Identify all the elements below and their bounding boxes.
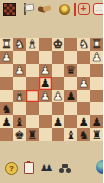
board-square[interactable]	[26, 115, 39, 128]
board-square[interactable]: ♞	[77, 128, 90, 141]
board-square[interactable]: ♟	[0, 51, 13, 64]
board-square[interactable]	[26, 77, 39, 90]
offer-draw-button[interactable]	[38, 4, 51, 14]
board-square[interactable]	[26, 90, 39, 103]
chess-piece-wP: ♟	[53, 90, 63, 102]
board-square[interactable]	[13, 102, 26, 115]
board-square[interactable]	[26, 51, 39, 64]
board-square[interactable]	[13, 51, 26, 64]
board-square[interactable]: ♟	[64, 90, 77, 103]
chessboard-icon	[3, 3, 16, 16]
chess-board: ♜♞♝♚♞♜♟♟♟♟♛♟♟♝♟♟♟♞♟♝♟♟♟♚♜♝♞♜	[0, 38, 103, 141]
board-square[interactable]: ♞	[77, 38, 90, 51]
board-square[interactable]	[90, 90, 103, 103]
board-square[interactable]: ♝	[64, 128, 77, 141]
board-square[interactable]: ♟	[90, 51, 103, 64]
board-square[interactable]: ♝	[13, 90, 26, 103]
more-options-icon: …	[95, 6, 102, 12]
chess-app-screen: + … ♜♞♝♚♞♜♟♟♟♟♛♟♟♝♟♟♟♞♟♝♟♟♟♚♜♝♞♜ ? ♟♟	[0, 0, 103, 183]
board-square[interactable]	[0, 128, 13, 141]
board-square[interactable]	[90, 77, 103, 90]
chess-piece-wP: ♟	[79, 77, 89, 89]
handshake-icon	[38, 4, 51, 14]
board-square[interactable]: ♛	[64, 64, 77, 77]
notation-button[interactable]	[24, 162, 34, 174]
chess-piece-wR: ♜	[91, 38, 101, 50]
board-square[interactable]: ♝	[13, 115, 26, 128]
chess-piece-wP: ♟	[14, 64, 24, 76]
board-square[interactable]	[52, 102, 65, 115]
board-square[interactable]: ♜	[90, 38, 103, 51]
chess-piece-wN: ♞	[79, 38, 89, 50]
board-square[interactable]	[0, 77, 13, 90]
clipboard-icon	[24, 162, 34, 174]
board-square[interactable]: ♜	[0, 38, 13, 51]
chess-piece-bP: ♟	[66, 90, 76, 102]
binoculars-icon	[59, 164, 72, 173]
board-square[interactable]: ♟	[13, 64, 26, 77]
flag-icon	[22, 3, 33, 15]
new-game-button[interactable]	[3, 3, 16, 16]
board-square[interactable]: ♟	[39, 64, 52, 77]
board-square[interactable]	[90, 102, 103, 115]
chess-piece-bN: ♞	[79, 129, 89, 141]
board-square[interactable]: ♟	[39, 90, 52, 103]
chess-piece-wP: ♟	[40, 64, 50, 76]
resign-button[interactable]	[22, 3, 33, 15]
more-options-button[interactable]: …	[93, 3, 104, 15]
chess-piece-wP: ♟	[91, 51, 101, 63]
players-button[interactable]: ♟♟	[40, 163, 53, 173]
board-square[interactable]	[52, 51, 65, 64]
chess-piece-bP: ♟	[40, 77, 50, 89]
chess-piece-bP: ♟	[91, 116, 101, 128]
board-square[interactable]	[77, 90, 90, 103]
board-square[interactable]	[77, 64, 90, 77]
board-square[interactable]	[0, 90, 13, 103]
board-square[interactable]	[52, 128, 65, 141]
board-square[interactable]	[13, 77, 26, 90]
board-square[interactable]	[39, 51, 52, 64]
players-icon: ♟♟	[40, 163, 53, 173]
chess-piece-bP: ♟	[1, 116, 11, 128]
plus-icon: +	[81, 4, 87, 14]
chess-piece-wB: ♝	[14, 90, 24, 102]
board-square[interactable]: ♞	[0, 102, 13, 115]
add-button[interactable]: +	[78, 3, 90, 15]
chess-piece-wK: ♚	[53, 38, 63, 50]
board-square[interactable]	[64, 51, 77, 64]
chess-piece-bR: ♜	[27, 129, 37, 141]
board-square[interactable]	[64, 38, 77, 51]
chess-piece-wR: ♜	[1, 38, 11, 50]
question-mark-icon: ?	[5, 162, 18, 175]
chess-piece-bP: ♟	[79, 116, 89, 128]
board-square[interactable]	[39, 38, 52, 51]
board-square[interactable]	[90, 64, 103, 77]
chess-piece-bB: ♝	[66, 129, 76, 141]
chess-piece-wN: ♞	[14, 38, 24, 50]
board-square[interactable]	[77, 51, 90, 64]
board-square[interactable]: ♟	[0, 115, 13, 128]
board-square[interactable]: ♟	[77, 115, 90, 128]
bottom-toolbar: ? ♟♟	[5, 161, 72, 175]
board-square[interactable]	[39, 102, 52, 115]
board-square[interactable]	[26, 64, 39, 77]
board-square[interactable]	[52, 77, 65, 90]
chess-piece-bR: ♜	[91, 129, 101, 141]
board-square[interactable]: ♜	[90, 128, 103, 141]
chess-piece-bN: ♞	[1, 103, 11, 115]
board-square[interactable]: ♝	[26, 38, 39, 51]
board-square[interactable]	[64, 77, 77, 90]
board-square[interactable]: ♜	[26, 128, 39, 141]
board-square[interactable]: ♟	[77, 77, 90, 90]
chess-piece-wB: ♝	[27, 38, 37, 50]
board-square[interactable]: ♚	[13, 128, 26, 141]
medal-icon	[59, 4, 70, 15]
board-square[interactable]	[26, 102, 39, 115]
board-square[interactable]: ♚	[52, 38, 65, 51]
board-square[interactable]	[52, 64, 65, 77]
rating-button[interactable]	[59, 4, 70, 15]
board-square[interactable]	[64, 102, 77, 115]
board-square[interactable]	[0, 64, 13, 77]
chess-piece-wP: ♟	[40, 90, 50, 102]
board-square[interactable]	[77, 102, 90, 115]
online-play-button[interactable]	[96, 160, 103, 174]
toolbar-separator	[74, 3, 76, 16]
analyze-button[interactable]	[59, 164, 72, 173]
board-square[interactable]: ♟	[90, 115, 103, 128]
board-square[interactable]: ♟	[52, 115, 65, 128]
chess-piece-bB: ♝	[14, 116, 24, 128]
board-square[interactable]	[39, 128, 52, 141]
board-square[interactable]: ♞	[13, 38, 26, 51]
board-square[interactable]: ♟	[39, 77, 52, 90]
chess-piece-wP: ♟	[1, 51, 11, 63]
board-square[interactable]	[39, 115, 52, 128]
top-toolbar: + …	[3, 2, 103, 16]
board-square[interactable]: ♟	[52, 90, 65, 103]
hint-button[interactable]: ?	[5, 162, 18, 175]
board-square[interactable]	[64, 115, 77, 128]
chess-piece-bQ: ♛	[66, 64, 76, 76]
chess-piece-bK: ♚	[14, 129, 24, 141]
chess-piece-bP: ♟	[53, 116, 63, 128]
